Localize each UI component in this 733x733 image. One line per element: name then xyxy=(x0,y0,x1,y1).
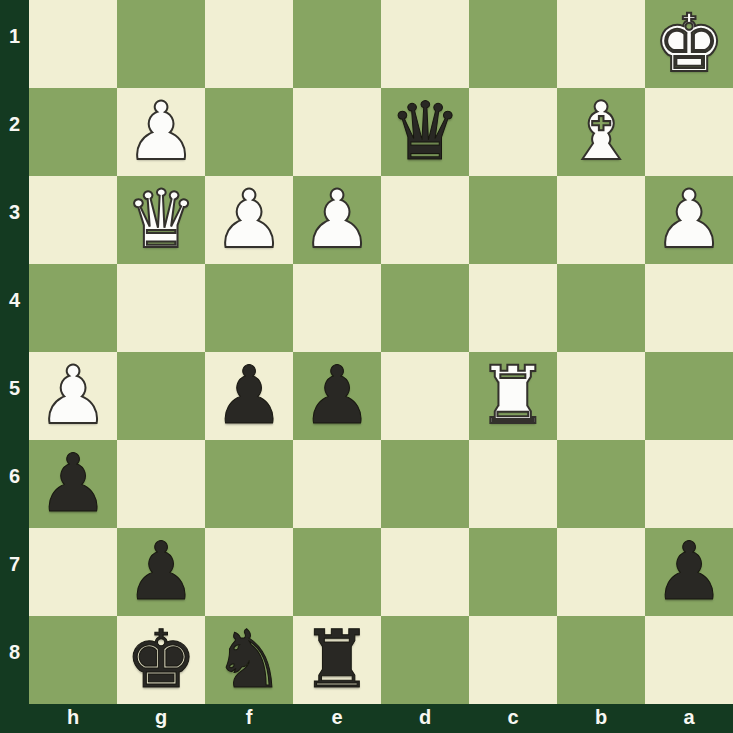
square-f4[interactable] xyxy=(205,264,293,352)
square-c2[interactable] xyxy=(469,88,557,176)
rank-label-4: 4 xyxy=(0,256,29,344)
black-pawn-piece[interactable]: ♟ xyxy=(37,440,109,528)
square-a8[interactable] xyxy=(645,616,733,704)
square-f6[interactable] xyxy=(205,440,293,528)
square-f3[interactable]: ♟ xyxy=(205,176,293,264)
file-labels: h g f e d c b a xyxy=(29,704,733,733)
white-rook-piece[interactable]: ♜ xyxy=(477,352,549,440)
square-a6[interactable] xyxy=(645,440,733,528)
square-c4[interactable] xyxy=(469,264,557,352)
square-c7[interactable] xyxy=(469,528,557,616)
black-pawn-piece[interactable]: ♟ xyxy=(301,352,373,440)
rank-label-5: 5 xyxy=(0,344,29,432)
square-d1[interactable] xyxy=(381,0,469,88)
square-e5[interactable]: ♟ xyxy=(293,352,381,440)
square-a3[interactable]: ♟ xyxy=(645,176,733,264)
chess-board: ♚♟♛♝♛♟♟♟♟♟♟♜♟♟♟♚♞♜ xyxy=(29,0,733,704)
white-pawn-piece[interactable]: ♟ xyxy=(213,176,285,264)
white-queen-piece[interactable]: ♛ xyxy=(125,176,197,264)
square-h8[interactable] xyxy=(29,616,117,704)
file-label-e: e xyxy=(293,703,381,732)
square-g6[interactable] xyxy=(117,440,205,528)
square-h5[interactable]: ♟ xyxy=(29,352,117,440)
square-c1[interactable] xyxy=(469,0,557,88)
square-g3[interactable]: ♛ xyxy=(117,176,205,264)
square-d3[interactable] xyxy=(381,176,469,264)
square-d2[interactable]: ♛ xyxy=(381,88,469,176)
file-label-h: h xyxy=(29,703,117,732)
square-e3[interactable]: ♟ xyxy=(293,176,381,264)
rank-label-6: 6 xyxy=(0,432,29,520)
square-c5[interactable]: ♜ xyxy=(469,352,557,440)
file-label-b: b xyxy=(557,703,645,732)
black-pawn-piece[interactable]: ♟ xyxy=(125,528,197,616)
square-c3[interactable] xyxy=(469,176,557,264)
white-pawn-piece[interactable]: ♟ xyxy=(125,88,197,176)
square-d8[interactable] xyxy=(381,616,469,704)
square-g1[interactable] xyxy=(117,0,205,88)
square-b4[interactable] xyxy=(557,264,645,352)
square-b3[interactable] xyxy=(557,176,645,264)
black-knight-piece[interactable]: ♞ xyxy=(213,616,285,704)
file-label-c: c xyxy=(469,703,557,732)
square-h6[interactable]: ♟ xyxy=(29,440,117,528)
file-label-a: a xyxy=(645,703,733,732)
black-rook-piece[interactable]: ♜ xyxy=(301,616,373,704)
rank-labels: 1 2 3 4 5 6 7 8 xyxy=(0,0,29,704)
square-d4[interactable] xyxy=(381,264,469,352)
square-e2[interactable] xyxy=(293,88,381,176)
rank-label-3: 3 xyxy=(0,168,29,256)
file-label-f: f xyxy=(205,703,293,732)
square-e7[interactable] xyxy=(293,528,381,616)
square-g4[interactable] xyxy=(117,264,205,352)
square-f5[interactable]: ♟ xyxy=(205,352,293,440)
square-c6[interactable] xyxy=(469,440,557,528)
white-pawn-piece[interactable]: ♟ xyxy=(37,352,109,440)
square-h4[interactable] xyxy=(29,264,117,352)
square-e4[interactable] xyxy=(293,264,381,352)
square-g2[interactable]: ♟ xyxy=(117,88,205,176)
square-a2[interactable] xyxy=(645,88,733,176)
square-f1[interactable] xyxy=(205,0,293,88)
square-b1[interactable] xyxy=(557,0,645,88)
file-label-d: d xyxy=(381,703,469,732)
square-d5[interactable] xyxy=(381,352,469,440)
square-h2[interactable] xyxy=(29,88,117,176)
square-g8[interactable]: ♚ xyxy=(117,616,205,704)
rank-label-7: 7 xyxy=(0,520,29,608)
square-h1[interactable] xyxy=(29,0,117,88)
square-c8[interactable] xyxy=(469,616,557,704)
square-b6[interactable] xyxy=(557,440,645,528)
rank-label-8: 8 xyxy=(0,608,29,696)
white-pawn-piece[interactable]: ♟ xyxy=(653,176,725,264)
square-g5[interactable] xyxy=(117,352,205,440)
square-e1[interactable] xyxy=(293,0,381,88)
square-d6[interactable] xyxy=(381,440,469,528)
square-h7[interactable] xyxy=(29,528,117,616)
square-f2[interactable] xyxy=(205,88,293,176)
rank-label-1: 1 xyxy=(0,0,29,80)
square-g7[interactable]: ♟ xyxy=(117,528,205,616)
file-label-g: g xyxy=(117,703,205,732)
black-queen-piece[interactable]: ♛ xyxy=(389,88,461,176)
square-b5[interactable] xyxy=(557,352,645,440)
white-king-piece[interactable]: ♚ xyxy=(653,0,725,88)
black-pawn-piece[interactable]: ♟ xyxy=(653,528,725,616)
square-f8[interactable]: ♞ xyxy=(205,616,293,704)
square-a1[interactable]: ♚ xyxy=(645,0,733,88)
square-a4[interactable] xyxy=(645,264,733,352)
square-b8[interactable] xyxy=(557,616,645,704)
white-pawn-piece[interactable]: ♟ xyxy=(301,176,373,264)
square-f7[interactable] xyxy=(205,528,293,616)
square-d7[interactable] xyxy=(381,528,469,616)
square-a7[interactable]: ♟ xyxy=(645,528,733,616)
rank-label-2: 2 xyxy=(0,80,29,168)
black-king-piece[interactable]: ♚ xyxy=(125,616,197,704)
square-e6[interactable] xyxy=(293,440,381,528)
black-pawn-piece[interactable]: ♟ xyxy=(213,352,285,440)
square-b7[interactable] xyxy=(557,528,645,616)
square-e8[interactable]: ♜ xyxy=(293,616,381,704)
square-a5[interactable] xyxy=(645,352,733,440)
square-h3[interactable] xyxy=(29,176,117,264)
square-b2[interactable]: ♝ xyxy=(557,88,645,176)
chess-board-frame: 1 2 3 4 5 6 7 8 ♚♟♛♝♛♟♟♟♟♟♟♜♟♟♟♚♞♜ h g f… xyxy=(0,0,733,733)
white-bishop-piece[interactable]: ♝ xyxy=(565,88,637,176)
